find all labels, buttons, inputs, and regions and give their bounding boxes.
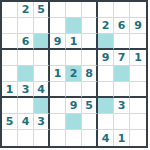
cell-r6c6[interactable]: [82, 82, 98, 98]
cell-r4c2[interactable]: [18, 50, 34, 66]
cell-r7c1[interactable]: [2, 98, 18, 114]
cell-r2c2[interactable]: [18, 18, 34, 34]
cell-r7c3[interactable]: [34, 98, 50, 114]
cell-r6c2[interactable]: 3: [18, 82, 34, 98]
cell-r5c9[interactable]: [130, 66, 146, 82]
cell-r9c3[interactable]: [34, 130, 50, 146]
cell-r1c9[interactable]: [130, 2, 146, 18]
cell-r4c7[interactable]: 9: [98, 50, 114, 66]
cell-r3c8[interactable]: [114, 34, 130, 50]
cell-r4c9[interactable]: 1: [130, 50, 146, 66]
cell-r9c6[interactable]: [82, 130, 98, 146]
cell-r8c5[interactable]: [66, 114, 82, 130]
cell-r6c4[interactable]: [50, 82, 66, 98]
cell-r8c6[interactable]: [82, 114, 98, 130]
cell-r1c5[interactable]: [66, 2, 82, 18]
cell-r9c4[interactable]: [50, 130, 66, 146]
cell-r1c8[interactable]: [114, 2, 130, 18]
cell-r9c5[interactable]: [66, 130, 82, 146]
cell-r4c3[interactable]: [34, 50, 50, 66]
cell-r2c4[interactable]: [50, 18, 66, 34]
cell-r9c7[interactable]: 4: [98, 130, 114, 146]
cell-r3c6[interactable]: [82, 34, 98, 50]
cell-r2c1[interactable]: [2, 18, 18, 34]
cell-r6c7[interactable]: [98, 82, 114, 98]
cell-r6c3[interactable]: 4: [34, 82, 50, 98]
cell-r2c9[interactable]: 9: [130, 18, 146, 34]
cell-r7c8[interactable]: 3: [114, 98, 130, 114]
cell-r4c8[interactable]: 7: [114, 50, 130, 66]
cell-r6c1[interactable]: 1: [2, 82, 18, 98]
cell-r8c9[interactable]: [130, 114, 146, 130]
cell-r9c2[interactable]: [18, 130, 34, 146]
cell-r3c2[interactable]: 6: [18, 34, 34, 50]
cell-r9c8[interactable]: 1: [114, 130, 130, 146]
cell-r2c6[interactable]: [82, 18, 98, 34]
cell-r2c8[interactable]: 6: [114, 18, 130, 34]
cell-r5c2[interactable]: [18, 66, 34, 82]
cell-r6c5[interactable]: [66, 82, 82, 98]
cell-r5c5[interactable]: 2: [66, 66, 82, 82]
cell-r3c5[interactable]: 1: [66, 34, 82, 50]
cell-r6c9[interactable]: [130, 82, 146, 98]
cell-r7c7[interactable]: [98, 98, 114, 114]
cell-r5c8[interactable]: [114, 66, 130, 82]
cell-r9c1[interactable]: [2, 130, 18, 146]
cell-r3c9[interactable]: [130, 34, 146, 50]
cell-r5c7[interactable]: [98, 66, 114, 82]
cell-r8c8[interactable]: [114, 114, 130, 130]
cell-r8c4[interactable]: [50, 114, 66, 130]
cell-r1c3[interactable]: 5: [34, 2, 50, 18]
cell-r4c1[interactable]: [2, 50, 18, 66]
cell-r5c6[interactable]: 8: [82, 66, 98, 82]
cell-r7c4[interactable]: [50, 98, 66, 114]
cell-r7c6[interactable]: 5: [82, 98, 98, 114]
cell-r3c3[interactable]: [34, 34, 50, 50]
cell-r2c5[interactable]: [66, 18, 82, 34]
cell-r3c1[interactable]: [2, 34, 18, 50]
cell-r8c1[interactable]: 5: [2, 114, 18, 130]
cell-r3c7[interactable]: [98, 34, 114, 50]
cell-r1c6[interactable]: [82, 2, 98, 18]
cell-r9c9[interactable]: [130, 130, 146, 146]
cell-r4c5[interactable]: [66, 50, 82, 66]
cell-r1c2[interactable]: 2: [18, 2, 34, 18]
cell-r8c7[interactable]: [98, 114, 114, 130]
cell-r7c9[interactable]: [130, 98, 146, 114]
cell-r7c2[interactable]: [18, 98, 34, 114]
cell-r4c6[interactable]: [82, 50, 98, 66]
cell-r2c7[interactable]: 2: [98, 18, 114, 34]
cell-r6c8[interactable]: [114, 82, 130, 98]
cell-r7c5[interactable]: 9: [66, 98, 82, 114]
cell-r1c1[interactable]: [2, 2, 18, 18]
cell-r5c1[interactable]: [2, 66, 18, 82]
cell-r8c2[interactable]: 4: [18, 114, 34, 130]
cell-r1c4[interactable]: [50, 2, 66, 18]
cell-r2c3[interactable]: [34, 18, 50, 34]
cell-r1c7[interactable]: [98, 2, 114, 18]
sudoku-board: 2526969197112813495354341: [0, 0, 148, 148]
cell-r5c3[interactable]: [34, 66, 50, 82]
cell-r4c4[interactable]: [50, 50, 66, 66]
cell-r8c3[interactable]: 3: [34, 114, 50, 130]
cell-r5c4[interactable]: 1: [50, 66, 66, 82]
cell-r3c4[interactable]: 9: [50, 34, 66, 50]
